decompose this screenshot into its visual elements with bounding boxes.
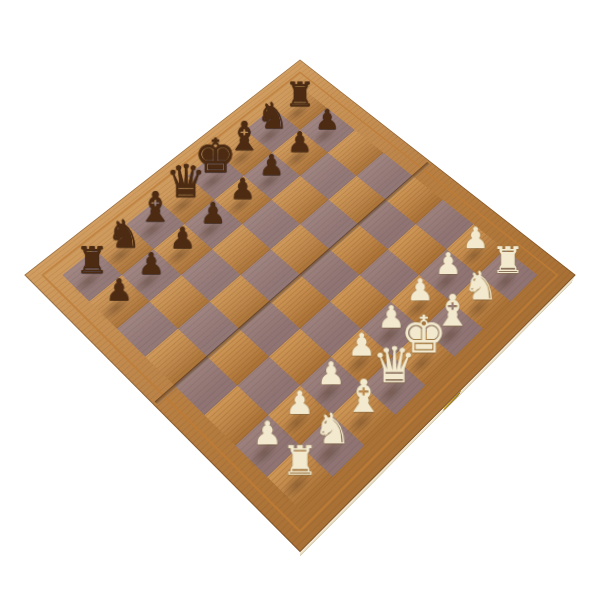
piece-shadow (460, 291, 496, 324)
piece-shadow (400, 291, 437, 324)
piece-glyph: ♟ (294, 358, 368, 390)
piece-shadow (280, 99, 314, 126)
piece-glyph: ♚ (182, 132, 248, 179)
piece-glyph: ♜ (473, 242, 543, 279)
piece-glyph: ♛ (152, 158, 219, 203)
piece-shadow (432, 318, 469, 352)
piece-light-pawn-h2: ♟ (441, 186, 510, 249)
piece-dark-bishop-c8: ♝ (121, 162, 189, 224)
piece-glyph: ♜ (268, 78, 332, 112)
piece-dark-knight-g8: ♞ (240, 71, 305, 130)
piece-shadow (277, 403, 317, 440)
piece-shadow (253, 121, 287, 149)
piece-light-rook-h1: ♜ (473, 211, 543, 275)
piece-shadow (341, 403, 380, 440)
piece-light-pawn-b2: ♟ (262, 346, 337, 415)
piece-shadow (276, 465, 317, 505)
piece-light-queen-d1: ♛ (357, 318, 431, 386)
piece-glyph: ♟ (209, 175, 276, 204)
piece-dark-pawn-g7: ♟ (267, 93, 333, 153)
piece-light-bishop-c1: ♝ (326, 346, 401, 415)
piece-dark-rook-h8: ♜ (268, 49, 332, 107)
piece-shadow (308, 121, 342, 149)
piece-glyph: ♛ (357, 340, 431, 390)
piece-glyph: ♟ (385, 275, 456, 305)
piece-light-bishop-f1: ♝ (417, 263, 489, 329)
product-photo-scene: ♜♞♝♛♚♝♞♜♟♟♟♟♟♟♟♟♟♟♟♟♟♟♟♟♜♞♝♛♚♝♞♜ (0, 0, 600, 600)
piece-glyph: ♞ (445, 266, 516, 306)
piece-shadow (195, 167, 231, 196)
piece-shadow (456, 239, 491, 271)
piece-glyph: ♞ (294, 407, 370, 449)
chess-board: ♜♞♝♛♚♝♞♜♟♟♟♟♟♟♟♟♟♟♟♟♟♟♟♟♜♞♝♛♚♝♞♜ (24, 59, 576, 552)
piece-shadow (165, 190, 201, 220)
piece-shadow (222, 190, 258, 220)
piece-glyph: ♟ (295, 106, 360, 134)
piece-dark-king-e8: ♚ (182, 115, 248, 176)
piece-shadow (340, 346, 378, 381)
piece-glyph: ♚ (387, 309, 460, 361)
piece-shadow (488, 265, 524, 298)
piece-dark-pawn-h7: ♟ (295, 71, 360, 130)
piece-glyph: ♝ (326, 374, 401, 419)
piece-shadow (402, 346, 440, 381)
piece-shadow (370, 318, 407, 352)
piece-shadow (134, 214, 171, 245)
piece-light-pawn-a2: ♟ (230, 376, 306, 446)
piece-shadow (372, 374, 410, 410)
piece-dark-pawn-f7: ♟ (239, 115, 305, 176)
piece-dark-knight-b8: ♞ (90, 186, 159, 249)
piece-light-knight-g1: ♞ (445, 237, 516, 302)
piece-dark-queen-d8: ♛ (152, 138, 219, 200)
piece-glyph: ♞ (240, 98, 305, 134)
pieces-layer: ♜♞♝♛♚♝♞♜♟♟♟♟♟♟♟♟♟♟♟♟♟♟♟♟♜♞♝♛♚♝♞♜ (24, 59, 576, 552)
piece-glyph: ♟ (413, 249, 483, 279)
